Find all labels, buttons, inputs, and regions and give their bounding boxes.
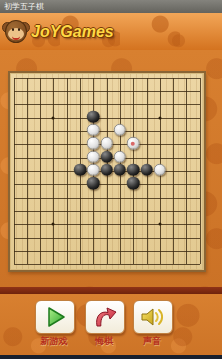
stone-white: [114, 124, 127, 137]
grid-line-horizontal: [14, 198, 200, 199]
stone-white: [154, 164, 167, 177]
grid-line-horizontal: [14, 264, 200, 265]
grid-line-vertical: [186, 78, 187, 265]
stone-black: [87, 110, 100, 123]
stone-black: [114, 164, 127, 177]
grid-line-vertical: [173, 78, 174, 265]
star-point: [52, 223, 55, 226]
grid-line-vertical: [200, 78, 201, 265]
undo-arrow-icon: [92, 305, 118, 329]
grid-line-horizontal: [14, 238, 200, 239]
grid-line-horizontal: [14, 251, 200, 252]
stone-white: [87, 137, 100, 150]
stone-black: [127, 164, 140, 177]
game-area: [0, 50, 222, 287]
grid-line-horizontal: [14, 211, 200, 212]
stone-white: [100, 137, 113, 150]
stone-black: [100, 150, 113, 163]
stone-white: [87, 124, 100, 137]
new-game-button[interactable]: [35, 300, 75, 334]
star-point: [52, 116, 55, 119]
stone-black: [87, 177, 100, 190]
stone-white: [127, 137, 140, 150]
star-point: [158, 116, 161, 119]
logo-text: JoYGames: [31, 23, 114, 41]
speaker-icon: [140, 305, 166, 329]
toolbar-divider: [0, 287, 222, 294]
grid-line-horizontal: [14, 224, 200, 225]
grid-line-horizontal: [14, 184, 200, 185]
stone-white: [114, 150, 127, 163]
bottom-edge: [0, 355, 222, 359]
stone-black: [140, 164, 153, 177]
stone-white: [87, 150, 100, 163]
play-icon: [43, 305, 67, 329]
toolbar: 新游戏 悔棋 声音: [0, 294, 222, 355]
new-game-button-label: 新游戏: [30, 335, 78, 347]
gomoku-board[interactable]: [8, 71, 206, 272]
sound-button-label: 声音: [128, 335, 176, 347]
status-bar: 初学五子棋: [0, 0, 222, 13]
star-point: [158, 223, 161, 226]
sound-button[interactable]: [133, 300, 173, 334]
stone-black: [74, 164, 87, 177]
undo-button-label: 悔棋: [80, 335, 128, 347]
last-move-marker: [131, 141, 135, 145]
stone-white: [87, 164, 100, 177]
app-window: 初学五子棋 JoYGames 新游戏 悔棋: [0, 0, 222, 359]
status-bar-title: 初学五子棋: [4, 2, 44, 11]
stone-black: [100, 164, 113, 177]
monkey-logo-icon: [3, 19, 29, 45]
app-header: JoYGames: [0, 13, 222, 51]
stone-black: [127, 177, 140, 190]
undo-button[interactable]: [85, 300, 125, 334]
